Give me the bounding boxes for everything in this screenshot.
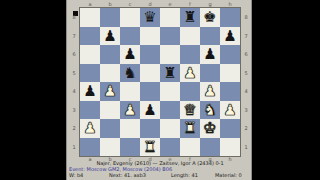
square-b2[interactable]	[100, 119, 120, 138]
square-g1[interactable]	[200, 138, 220, 157]
white-pawn-f5[interactable]: ♟	[180, 64, 200, 83]
rank-label-6-right: 6	[241, 45, 251, 64]
white-pawn-g4[interactable]: ♟	[200, 82, 220, 101]
black-pawn-g6[interactable]: ♟	[200, 45, 220, 64]
rank-label-7-right: 7	[241, 27, 251, 46]
rank-label-3-left: 3	[69, 101, 79, 120]
square-h5[interactable]	[220, 64, 240, 83]
black-pawn-c6[interactable]: ♟	[120, 45, 140, 64]
white-pawn-b4[interactable]: ♟	[100, 82, 120, 101]
black-pawn-b7[interactable]: ♟	[100, 27, 120, 46]
square-a1[interactable]	[80, 138, 100, 157]
white-knight-g3[interactable]: ♞	[200, 101, 220, 120]
rank-label-5-right: 5	[241, 64, 251, 83]
white-rook-f2[interactable]: ♜	[180, 119, 200, 138]
square-h4[interactable]	[220, 82, 240, 101]
square-a6[interactable]	[80, 45, 100, 64]
rank-label-1-left: 1	[69, 138, 79, 157]
rank-label-7-left: 7	[69, 27, 79, 46]
square-h1[interactable]	[220, 138, 240, 157]
white-king-g2[interactable]: ♚	[200, 119, 220, 138]
white-last-move: W: b4	[69, 173, 109, 178]
file-label-g-top: g	[200, 1, 220, 8]
square-b3[interactable]	[100, 101, 120, 120]
square-a8[interactable]	[80, 8, 100, 27]
square-c7[interactable]	[120, 27, 140, 46]
black-queen-d8[interactable]: ♛	[140, 8, 160, 27]
white-pawn-a2[interactable]: ♟	[80, 119, 100, 138]
file-label-c-top: c	[120, 1, 140, 8]
rank-label-8-left: 8	[69, 8, 79, 27]
square-b8[interactable]	[100, 8, 120, 27]
square-d5[interactable]	[140, 64, 160, 83]
square-g7[interactable]	[200, 27, 220, 46]
rank-label-5-left: 5	[69, 64, 79, 83]
white-pawn-h3[interactable]: ♟	[220, 101, 240, 120]
square-c8[interactable]	[120, 8, 140, 27]
rank-label-4-right: 4	[241, 82, 251, 101]
square-f4[interactable]	[180, 82, 200, 101]
square-h6[interactable]	[220, 45, 240, 64]
square-c4[interactable]	[120, 82, 140, 101]
board[interactable]: ♛♜♚♟♟♟♟♞♜♟♟♟♟♟♟♛♞♟♟♜♚♜	[80, 8, 240, 156]
square-h2[interactable]	[220, 119, 240, 138]
square-e3[interactable]	[160, 101, 180, 120]
black-knight-c5[interactable]: ♞	[120, 64, 140, 83]
square-e6[interactable]	[160, 45, 180, 64]
black-rook-e5[interactable]: ♜	[160, 64, 180, 83]
rank-label-6-left: 6	[69, 45, 79, 64]
square-d2[interactable]	[140, 119, 160, 138]
square-e7[interactable]	[160, 27, 180, 46]
square-a5[interactable]	[80, 64, 100, 83]
white-pawn-c3[interactable]: ♟	[120, 101, 140, 120]
square-a7[interactable]	[80, 27, 100, 46]
square-g5[interactable]	[200, 64, 220, 83]
white-queen-f3[interactable]: ♛	[180, 101, 200, 120]
square-b6[interactable]	[100, 45, 120, 64]
game-status-line: W: b4 Next: 41. axb3 Length: 41 Material…	[69, 173, 251, 178]
rank-label-2-right: 2	[241, 119, 251, 138]
black-pawn-a4[interactable]: ♟	[80, 82, 100, 101]
rank-label-3-right: 3	[241, 101, 251, 120]
video-frame: { "game": "chess", "position": { "fen": …	[0, 0, 320, 180]
square-e4[interactable]	[160, 82, 180, 101]
square-b5[interactable]	[100, 64, 120, 83]
rank-label-2-left: 2	[69, 119, 79, 138]
square-d6[interactable]	[140, 45, 160, 64]
game-length: Length: 41	[171, 173, 215, 178]
rank-label-4-left: 4	[69, 82, 79, 101]
square-f7[interactable]	[180, 27, 200, 46]
chess-app-panel: abcdefgh 87654321 87654321 abcdefgh ♛♜♚♟…	[66, 0, 252, 180]
square-d7[interactable]	[140, 27, 160, 46]
black-pawn-d3[interactable]: ♟	[140, 101, 160, 120]
square-f1[interactable]	[180, 138, 200, 157]
square-c2[interactable]	[120, 119, 140, 138]
black-rook-f8[interactable]: ♜	[180, 8, 200, 27]
file-label-f-top: f	[180, 1, 200, 8]
file-label-b-top: b	[100, 1, 120, 8]
square-d4[interactable]	[140, 82, 160, 101]
next-move: Next: 41. axb3	[109, 173, 171, 178]
black-king-g8[interactable]: ♚	[200, 8, 220, 27]
file-label-e-top: e	[160, 1, 180, 8]
material-balance: Material: 0	[215, 173, 251, 178]
file-label-h-top: h	[220, 1, 240, 8]
rank-label-8-right: 8	[241, 8, 251, 27]
file-label-d-top: d	[140, 1, 160, 8]
file-label-a-top: a	[80, 1, 100, 8]
square-b1[interactable]	[100, 138, 120, 157]
square-e8[interactable]	[160, 8, 180, 27]
square-e1[interactable]	[160, 138, 180, 157]
square-a3[interactable]	[80, 101, 100, 120]
black-pawn-h7[interactable]: ♟	[220, 27, 240, 46]
white-rook-d1[interactable]: ♜	[140, 138, 160, 157]
square-f6[interactable]	[180, 45, 200, 64]
square-e2[interactable]	[160, 119, 180, 138]
square-h8[interactable]	[220, 8, 240, 27]
rank-label-1-right: 1	[241, 138, 251, 157]
square-c1[interactable]	[120, 138, 140, 157]
